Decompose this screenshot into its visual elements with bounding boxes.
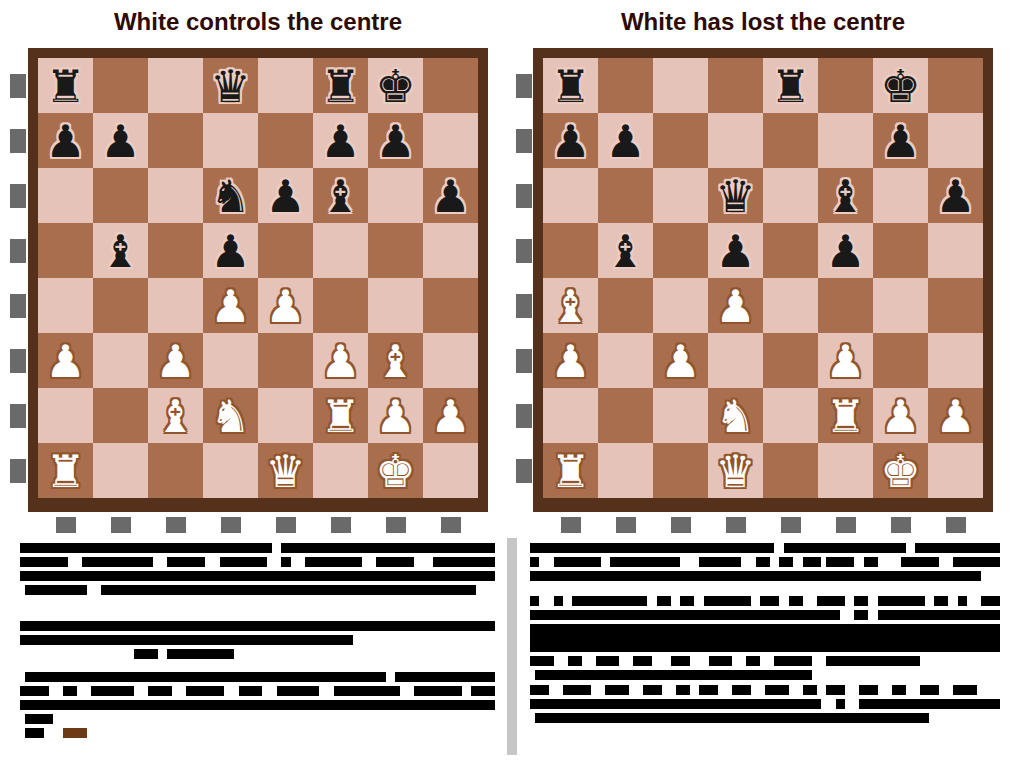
- square-h2: ♟: [928, 388, 983, 443]
- file-label-h: [946, 517, 966, 533]
- right-board-file-labels: [543, 516, 983, 533]
- redacted-text-segment: [610, 557, 681, 567]
- redacted-text-segment: [20, 700, 495, 710]
- left-board-title: White controls the centre: [28, 8, 488, 36]
- piece-black-pawn: ♟: [93, 113, 148, 168]
- square-b8: [598, 58, 653, 113]
- page: White controls the centre White has lost…: [0, 0, 1010, 760]
- square-e3: [258, 333, 313, 388]
- square-a7: ♟: [543, 113, 598, 168]
- square-c1: [653, 443, 708, 498]
- square-b4: [93, 278, 148, 333]
- square-c5: [653, 223, 708, 278]
- square-h3: [423, 333, 478, 388]
- redacted-text-line: [530, 699, 1000, 709]
- square-f6: ♝: [818, 168, 873, 223]
- piece-black-rook: ♜: [543, 58, 598, 113]
- square-d4: ♟: [708, 278, 763, 333]
- redacted-text-segment: [784, 543, 906, 553]
- redacted-text-line: [20, 700, 495, 710]
- rank-label-1: [10, 459, 26, 483]
- redacted-paragraph: [530, 685, 1000, 723]
- square-g4: [873, 278, 928, 333]
- file-label-b: [616, 517, 636, 533]
- piece-black-pawn: ♟: [368, 113, 423, 168]
- square-c5: [148, 223, 203, 278]
- chess-board-right: ♜♜♚♟♟♟♛♝♟♝♟♟♝♟♟♟♟♞♜♟♟♜♛♚: [533, 48, 993, 512]
- file-label-g: [891, 517, 911, 533]
- piece-black-pawn: ♟: [38, 113, 93, 168]
- square-a7: ♟: [38, 113, 93, 168]
- piece-black-pawn: ♟: [598, 113, 653, 168]
- square-c1: [148, 443, 203, 498]
- redacted-text-segment: [167, 557, 205, 567]
- square-g8: ♚: [873, 58, 928, 113]
- square-d8: [708, 58, 763, 113]
- redacted-text-segment: [774, 656, 812, 666]
- square-h6: ♟: [928, 168, 983, 223]
- piece-black-pawn: ♟: [873, 113, 928, 168]
- square-e2: [258, 388, 313, 443]
- redacted-text-segment: [657, 596, 671, 606]
- redacted-text-segment: [892, 685, 906, 695]
- square-g1: ♚: [368, 443, 423, 498]
- square-d1: ♛: [708, 443, 763, 498]
- redacted-text-segment: [281, 557, 291, 567]
- file-label-f: [331, 517, 351, 533]
- piece-white-queen: ♛: [708, 443, 763, 498]
- piece-black-queen: ♛: [203, 58, 258, 113]
- piece-black-bishop: ♝: [93, 223, 148, 278]
- square-e7: [763, 113, 818, 168]
- redacted-text-segment: [915, 543, 1000, 553]
- square-b2: [93, 388, 148, 443]
- square-g3: [873, 333, 928, 388]
- square-f1: [818, 443, 873, 498]
- rank-label-6: [516, 184, 532, 208]
- square-c4: [653, 278, 708, 333]
- redacted-text-segment: [101, 585, 476, 595]
- square-h2: ♟: [423, 388, 478, 443]
- file-label-e: [781, 517, 801, 533]
- redacted-text-segment: [953, 685, 977, 695]
- redacted-text-segment: [530, 571, 981, 581]
- redacted-text-segment: [530, 656, 554, 666]
- redacted-text-segment: [826, 685, 845, 695]
- redacted-text-segment: [746, 656, 760, 666]
- piece-black-bishop: ♝: [598, 223, 653, 278]
- square-b7: ♟: [598, 113, 653, 168]
- square-d5: ♟: [203, 223, 258, 278]
- redacted-text-segment: [305, 557, 362, 567]
- piece-white-rook: ♜: [38, 443, 93, 498]
- piece-white-pawn: ♟: [818, 333, 873, 388]
- redacted-text-line: [20, 585, 495, 595]
- piece-white-pawn: ♟: [368, 388, 423, 443]
- square-d3: [203, 333, 258, 388]
- redacted-text-segment: [220, 557, 268, 567]
- piece-black-king: ♚: [368, 58, 423, 113]
- redacted-text-segment: [568, 656, 582, 666]
- redacted-text-segment: [864, 557, 878, 567]
- file-label-f: [836, 517, 856, 533]
- square-b5: ♝: [598, 223, 653, 278]
- square-b3: [598, 333, 653, 388]
- redacted-text-line: [20, 557, 495, 567]
- rank-label-5: [10, 239, 26, 263]
- right-board-rank-labels: [516, 58, 532, 498]
- square-d3: [708, 333, 763, 388]
- square-h5: [928, 223, 983, 278]
- square-c7: [148, 113, 203, 168]
- square-b3: [93, 333, 148, 388]
- square-a2: [38, 388, 93, 443]
- square-e4: [763, 278, 818, 333]
- square-g5: [873, 223, 928, 278]
- redacted-text-segment: [530, 610, 840, 620]
- move-link-redacted[interactable]: [63, 728, 87, 738]
- redacted-text-line: [20, 686, 495, 696]
- square-g7: ♟: [873, 113, 928, 168]
- piece-black-rook: ♜: [313, 58, 368, 113]
- piece-white-pawn: ♟: [38, 333, 93, 388]
- redacted-text-segment: [732, 685, 751, 695]
- redacted-text-segment: [25, 728, 44, 738]
- redacted-text-segment: [20, 571, 495, 581]
- redacted-text-line: [20, 621, 495, 631]
- square-d2: ♞: [708, 388, 763, 443]
- redacted-text-line: [530, 713, 1000, 723]
- redacted-text-segment: [826, 557, 854, 567]
- redacted-text-segment: [704, 596, 751, 606]
- square-g7: ♟: [368, 113, 423, 168]
- square-c7: [653, 113, 708, 168]
- square-h3: [928, 333, 983, 388]
- rank-label-2: [10, 404, 26, 428]
- square-g3: ♝: [368, 333, 423, 388]
- square-h4: [423, 278, 478, 333]
- square-d5: ♟: [708, 223, 763, 278]
- redacted-text-segment: [803, 685, 817, 695]
- redacted-text-segment: [25, 714, 54, 724]
- redacted-text-segment: [671, 656, 690, 666]
- redacted-text-line: [20, 649, 495, 659]
- piece-black-rook: ♜: [38, 58, 93, 113]
- square-c6: [653, 168, 708, 223]
- square-g6: [368, 168, 423, 223]
- redacted-text-segment: [779, 557, 793, 567]
- square-c6: [148, 168, 203, 223]
- piece-white-pawn: ♟: [653, 333, 708, 388]
- square-g6: [873, 168, 928, 223]
- redacted-text-segment: [981, 596, 1000, 606]
- redacted-text-segment: [91, 686, 134, 696]
- square-f5: ♟: [818, 223, 873, 278]
- redacted-text-line: [530, 596, 1000, 606]
- redacted-text-segment: [376, 557, 414, 567]
- redacted-text-segment: [765, 685, 789, 695]
- redacted-text-segment: [953, 557, 1000, 567]
- rank-label-7: [10, 129, 26, 153]
- redacted-text-segment: [633, 656, 652, 666]
- square-e5: [763, 223, 818, 278]
- redacted-text-segment: [680, 596, 694, 606]
- square-f5: [313, 223, 368, 278]
- piece-white-bishop: ♝: [148, 388, 203, 443]
- redacted-text-segment: [395, 672, 495, 682]
- square-f2: ♜: [818, 388, 873, 443]
- square-e1: [763, 443, 818, 498]
- square-b2: [598, 388, 653, 443]
- square-d6: ♞: [203, 168, 258, 223]
- piece-black-rook: ♜: [763, 58, 818, 113]
- square-c3: ♟: [653, 333, 708, 388]
- piece-white-queen: ♛: [258, 443, 313, 498]
- file-label-h: [441, 517, 461, 533]
- square-g4: [368, 278, 423, 333]
- square-f6: ♝: [313, 168, 368, 223]
- square-f8: ♜: [313, 58, 368, 113]
- square-b7: ♟: [93, 113, 148, 168]
- file-label-d: [726, 517, 746, 533]
- redacted-text-segment: [414, 686, 462, 696]
- square-a6: [543, 168, 598, 223]
- piece-white-rook: ♜: [543, 443, 598, 498]
- redacted-text-line: [530, 624, 1000, 652]
- redacted-text-segment: [709, 656, 733, 666]
- piece-black-pawn: ♟: [818, 223, 873, 278]
- redacted-paragraph: [20, 672, 495, 738]
- square-f7: [818, 113, 873, 168]
- square-d2: ♞: [203, 388, 258, 443]
- piece-black-pawn: ♟: [543, 113, 598, 168]
- square-a6: [38, 168, 93, 223]
- square-e2: [763, 388, 818, 443]
- redacted-text-segment: [699, 685, 718, 695]
- redacted-text-segment: [63, 686, 77, 696]
- square-g2: ♟: [873, 388, 928, 443]
- square-h8: [423, 58, 478, 113]
- piece-black-pawn: ♟: [258, 168, 313, 223]
- redacted-text-segment: [676, 685, 690, 695]
- file-label-g: [386, 517, 406, 533]
- square-h1: [423, 443, 478, 498]
- redacted-text-segment: [934, 596, 948, 606]
- redacted-text-segment: [572, 596, 647, 606]
- redacted-text-segment: [239, 686, 263, 696]
- redacted-text-segment: [859, 699, 1000, 709]
- redacted-text-line: [530, 557, 1000, 567]
- piece-black-queen: ♛: [708, 168, 763, 223]
- redacted-text-segment: [554, 557, 601, 567]
- piece-white-pawn: ♟: [313, 333, 368, 388]
- file-label-a: [56, 517, 76, 533]
- square-g1: ♚: [873, 443, 928, 498]
- square-e7: [258, 113, 313, 168]
- redacted-text-segment: [530, 699, 821, 709]
- square-a8: ♜: [38, 58, 93, 113]
- redacted-text-line: [20, 728, 495, 738]
- piece-white-knight: ♞: [203, 388, 258, 443]
- redacted-text-segment: [878, 610, 1000, 620]
- square-c3: ♟: [148, 333, 203, 388]
- square-f3: ♟: [818, 333, 873, 388]
- redacted-text-segment: [836, 699, 845, 709]
- redacted-paragraph: [20, 621, 495, 659]
- rank-label-3: [516, 349, 532, 373]
- redacted-text-segment: [803, 557, 822, 567]
- redacted-text-segment: [760, 596, 779, 606]
- square-a3: ♟: [38, 333, 93, 388]
- piece-white-bishop: ♝: [543, 278, 598, 333]
- redacted-text-segment: [958, 596, 967, 606]
- square-e6: ♟: [258, 168, 313, 223]
- square-e5: [258, 223, 313, 278]
- square-b6: [598, 168, 653, 223]
- square-d6: ♛: [708, 168, 763, 223]
- square-a5: [543, 223, 598, 278]
- redacted-text-segment: [859, 685, 878, 695]
- square-b8: [93, 58, 148, 113]
- piece-black-pawn: ♟: [203, 223, 258, 278]
- rank-label-2: [516, 404, 532, 428]
- left-board-file-labels: [38, 516, 478, 533]
- redacted-text-line: [20, 714, 495, 724]
- square-h1: [928, 443, 983, 498]
- square-c2: [653, 388, 708, 443]
- piece-white-king: ♚: [873, 443, 928, 498]
- square-f3: ♟: [313, 333, 368, 388]
- square-d1: [203, 443, 258, 498]
- redacted-text-segment: [277, 686, 320, 696]
- file-label-e: [276, 517, 296, 533]
- redacted-text-line: [530, 610, 1000, 620]
- redacted-text-segment: [433, 557, 495, 567]
- redacted-text-segment: [554, 596, 563, 606]
- square-c2: ♝: [148, 388, 203, 443]
- square-d7: [708, 113, 763, 168]
- square-d4: ♟: [203, 278, 258, 333]
- redacted-text-segment: [281, 543, 495, 553]
- piece-white-knight: ♞: [708, 388, 763, 443]
- redacted-text-segment: [854, 610, 868, 620]
- redacted-text-segment: [20, 557, 68, 567]
- right-commentary-column: [530, 543, 1000, 727]
- redacted-text-segment: [471, 686, 495, 696]
- redacted-text-segment: [530, 596, 539, 606]
- file-label-b: [111, 517, 131, 533]
- square-g2: ♟: [368, 388, 423, 443]
- square-h7: [928, 113, 983, 168]
- piece-black-bishop: ♝: [313, 168, 368, 223]
- file-label-c: [671, 517, 691, 533]
- square-c4: [148, 278, 203, 333]
- square-b6: [93, 168, 148, 223]
- redacted-text-segment: [920, 685, 939, 695]
- square-f7: ♟: [313, 113, 368, 168]
- square-d8: ♛: [203, 58, 258, 113]
- square-a4: [38, 278, 93, 333]
- piece-white-bishop: ♝: [368, 333, 423, 388]
- square-f2: ♜: [313, 388, 368, 443]
- rank-label-3: [10, 349, 26, 373]
- square-a8: ♜: [543, 58, 598, 113]
- left-board-rank-labels: [10, 58, 26, 498]
- redacted-text-segment: [25, 585, 87, 595]
- piece-white-pawn: ♟: [203, 278, 258, 333]
- square-a1: ♜: [38, 443, 93, 498]
- redacted-text-segment: [82, 557, 153, 567]
- rank-label-6: [10, 184, 26, 208]
- redacted-text-segment: [563, 685, 591, 695]
- redacted-paragraph: [530, 543, 1000, 581]
- square-h8: [928, 58, 983, 113]
- rank-label-8: [10, 74, 26, 98]
- piece-white-king: ♚: [368, 443, 423, 498]
- redacted-text-line: [20, 571, 495, 581]
- square-d7: [203, 113, 258, 168]
- piece-black-pawn: ♟: [423, 168, 478, 223]
- square-a3: ♟: [543, 333, 598, 388]
- square-e8: ♜: [763, 58, 818, 113]
- square-e3: [763, 333, 818, 388]
- redacted-text-segment: [901, 557, 939, 567]
- rank-label-4: [516, 294, 532, 318]
- redacted-text-line: [20, 543, 495, 553]
- rank-label-5: [516, 239, 532, 263]
- piece-black-king: ♚: [873, 58, 928, 113]
- redacted-text-line: [530, 670, 1000, 680]
- square-h7: [423, 113, 478, 168]
- redacted-text-segment: [817, 596, 845, 606]
- square-c8: [653, 58, 708, 113]
- square-a2: [543, 388, 598, 443]
- piece-white-pawn: ♟: [928, 388, 983, 443]
- piece-white-pawn: ♟: [873, 388, 928, 443]
- redacted-text-segment: [854, 596, 868, 606]
- square-a5: [38, 223, 93, 278]
- piece-white-pawn: ♟: [258, 278, 313, 333]
- square-h6: ♟: [423, 168, 478, 223]
- redacted-text-segment: [756, 557, 770, 567]
- square-f4: [313, 278, 368, 333]
- left-commentary-column: [20, 543, 495, 742]
- square-f8: [818, 58, 873, 113]
- piece-white-pawn: ♟: [423, 388, 478, 443]
- file-label-c: [166, 517, 186, 533]
- rank-label-1: [516, 459, 532, 483]
- redacted-text-segment: [20, 543, 272, 553]
- redacted-text-segment: [134, 649, 158, 659]
- chess-board-left: ♜♛♜♚♟♟♟♟♞♟♝♟♝♟♟♟♟♟♟♝♝♞♜♟♟♜♛♚: [28, 48, 488, 512]
- file-label-a: [561, 517, 581, 533]
- piece-black-pawn: ♟: [928, 168, 983, 223]
- rank-label-4: [10, 294, 26, 318]
- square-f4: [818, 278, 873, 333]
- square-a4: ♝: [543, 278, 598, 333]
- redacted-paragraph: [20, 543, 495, 595]
- redacted-paragraph: [530, 624, 1000, 680]
- redacted-text-segment: [535, 713, 930, 723]
- redacted-text-line: [20, 672, 495, 682]
- redacted-text-segment: [148, 686, 172, 696]
- redacted-text-segment: [20, 621, 495, 631]
- redacted-text-segment: [878, 596, 925, 606]
- redacted-text-segment: [186, 686, 224, 696]
- redacted-text-line: [530, 543, 1000, 553]
- rank-label-8: [516, 74, 532, 98]
- piece-black-knight: ♞: [203, 168, 258, 223]
